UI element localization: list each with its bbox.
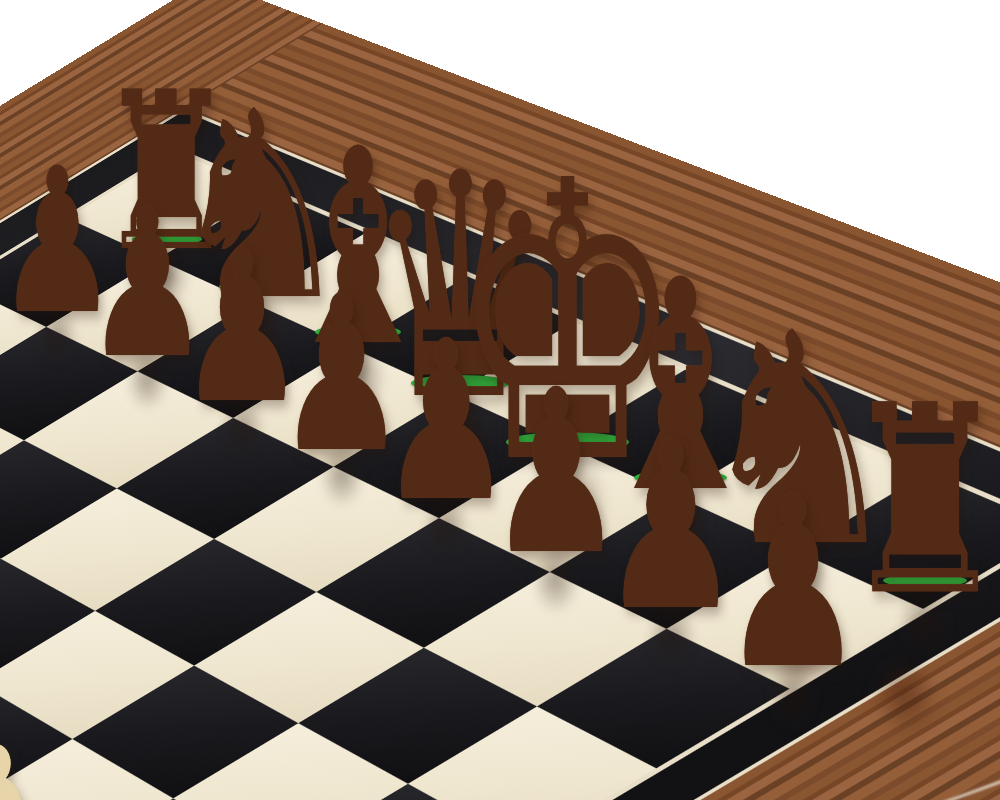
piece-black-pawn-h7[interactable]: ♟ [712, 464, 874, 702]
piece-white-pawn[interactable]: ♟ [0, 718, 78, 800]
chess-photo-scene: ♜♞♟♝♟♛♟♚♟♝♟♞♟♜♟♟♟ [0, 0, 1000, 800]
pieces-layer: ♜♞♟♝♟♛♟♚♟♝♟♞♟♜♟♟♟ [0, 0, 1000, 800]
